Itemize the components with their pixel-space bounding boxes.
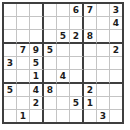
cell-r8c4[interactable] <box>44 97 57 110</box>
cell-r7c9[interactable] <box>110 84 122 97</box>
cell-r1c7[interactable]: 7 <box>84 4 97 17</box>
cell-r6c9[interactable] <box>110 70 122 84</box>
cell-r8c8[interactable] <box>97 97 110 110</box>
cell-r3c5[interactable]: 5 <box>57 30 70 44</box>
cell-r3c4[interactable] <box>44 30 57 44</box>
cell-r8c5[interactable] <box>57 97 70 110</box>
cell-r6c4[interactable] <box>44 70 57 84</box>
cell-r8c6[interactable]: 5 <box>70 97 84 110</box>
cell-r4c7[interactable] <box>84 44 97 57</box>
cell-r2c5[interactable] <box>57 17 70 30</box>
cell-r2c4[interactable] <box>44 17 57 30</box>
cell-r5c4[interactable] <box>44 57 57 70</box>
cell-r6c6[interactable] <box>70 70 84 84</box>
cell-r5c9[interactable] <box>110 57 122 70</box>
cell-r1c3[interactable] <box>30 4 44 17</box>
cell-r8c7[interactable]: 1 <box>84 97 97 110</box>
cell-r7c5[interactable] <box>57 84 70 97</box>
cell-r9c1[interactable] <box>4 110 17 122</box>
cell-r9c3[interactable] <box>30 110 44 122</box>
cell-r1c8[interactable] <box>97 4 110 17</box>
sudoku-board: 673452879523514548225113 <box>2 2 124 124</box>
cell-r5c2[interactable] <box>17 57 30 70</box>
cell-r1c9[interactable]: 3 <box>110 4 122 17</box>
sudoku-page: 673452879523514548225113 <box>0 0 130 130</box>
cell-r9c7[interactable] <box>84 110 97 122</box>
cell-r7c4[interactable]: 8 <box>44 84 57 97</box>
cell-r6c7[interactable] <box>84 70 97 84</box>
cell-r8c1[interactable] <box>4 97 17 110</box>
cell-r6c3[interactable]: 1 <box>30 70 44 84</box>
cell-r3c8[interactable] <box>97 30 110 44</box>
cell-r4c8[interactable] <box>97 44 110 57</box>
cell-r7c1[interactable]: 5 <box>4 84 17 97</box>
cell-r6c8[interactable] <box>97 70 110 84</box>
cell-r2c6[interactable] <box>70 17 84 30</box>
cell-r9c9[interactable] <box>110 110 122 122</box>
cell-r3c2[interactable] <box>17 30 30 44</box>
cell-r1c5[interactable] <box>57 4 70 17</box>
cell-r3c1[interactable] <box>4 30 17 44</box>
cell-r6c1[interactable] <box>4 70 17 84</box>
cell-r8c9[interactable] <box>110 97 122 110</box>
cell-r4c3[interactable]: 9 <box>30 44 44 57</box>
cell-r5c8[interactable] <box>97 57 110 70</box>
cell-r1c4[interactable] <box>44 4 57 17</box>
cell-r3c3[interactable] <box>30 30 44 44</box>
cell-r9c6[interactable] <box>70 110 84 122</box>
cell-r1c6[interactable]: 6 <box>70 4 84 17</box>
cell-r6c5[interactable]: 4 <box>57 70 70 84</box>
cell-r4c4[interactable]: 5 <box>44 44 57 57</box>
cell-r5c5[interactable] <box>57 57 70 70</box>
cell-r2c1[interactable] <box>4 17 17 30</box>
cell-r8c3[interactable]: 2 <box>30 97 44 110</box>
cell-r7c3[interactable]: 4 <box>30 84 44 97</box>
cell-r3c7[interactable]: 8 <box>84 30 97 44</box>
cell-r7c8[interactable] <box>97 84 110 97</box>
cell-r7c6[interactable] <box>70 84 84 97</box>
cell-r2c9[interactable]: 4 <box>110 17 122 30</box>
cell-r8c2[interactable] <box>17 97 30 110</box>
cell-r4c5[interactable] <box>57 44 70 57</box>
cell-r4c9[interactable]: 2 <box>110 44 122 57</box>
cell-r9c5[interactable] <box>57 110 70 122</box>
cell-r7c7[interactable]: 2 <box>84 84 97 97</box>
cell-r2c3[interactable] <box>30 17 44 30</box>
cell-r5c7[interactable] <box>84 57 97 70</box>
cell-r9c4[interactable] <box>44 110 57 122</box>
cell-r5c1[interactable]: 3 <box>4 57 17 70</box>
cell-r2c8[interactable] <box>97 17 110 30</box>
cell-r3c6[interactable]: 2 <box>70 30 84 44</box>
cell-r4c2[interactable]: 7 <box>17 44 30 57</box>
cell-r5c6[interactable] <box>70 57 84 70</box>
cell-r4c1[interactable] <box>4 44 17 57</box>
cell-r9c8[interactable]: 3 <box>97 110 110 122</box>
cell-r6c2[interactable] <box>17 70 30 84</box>
cell-r2c7[interactable] <box>84 17 97 30</box>
cell-r4c6[interactable] <box>70 44 84 57</box>
cell-r1c1[interactable] <box>4 4 17 17</box>
cell-r2c2[interactable] <box>17 17 30 30</box>
cell-r9c2[interactable]: 1 <box>17 110 30 122</box>
cell-r5c3[interactable]: 5 <box>30 57 44 70</box>
cell-r1c2[interactable] <box>17 4 30 17</box>
cell-r3c9[interactable] <box>110 30 122 44</box>
cell-r7c2[interactable] <box>17 84 30 97</box>
